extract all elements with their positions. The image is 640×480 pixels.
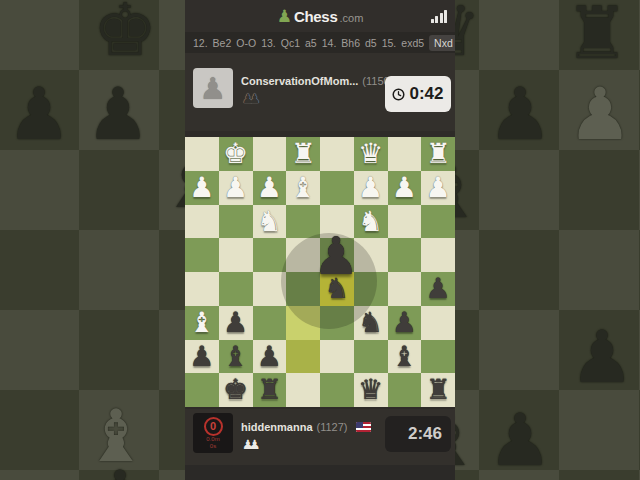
background-square [0, 0, 79, 70]
background-black-piece: ♟ [88, 461, 153, 480]
move-token[interactable]: a5 [305, 37, 317, 49]
black-bishop: ♝ [219, 340, 253, 374]
background-square [79, 230, 159, 310]
square[interactable] [421, 205, 455, 239]
chesscom-logo-text: Chess [294, 8, 338, 25]
clock-bottom: 2:46 [385, 416, 451, 452]
square[interactable]: ♜ [286, 137, 320, 171]
bottom-strip [185, 465, 455, 480]
background-square [0, 310, 79, 390]
move-token[interactable]: Bh6 [341, 37, 360, 49]
square[interactable]: ♚ [219, 137, 253, 171]
player-name-bottom[interactable]: hiddenmanna(1127) [241, 421, 371, 433]
signal-bars-icon [431, 10, 448, 23]
square[interactable] [219, 205, 253, 239]
background-square [79, 310, 159, 390]
square[interactable]: ♜ [421, 373, 455, 407]
square[interactable]: ♝ [219, 340, 253, 374]
move-token[interactable]: Be2 [213, 37, 232, 49]
move-token[interactable]: 13. [261, 37, 276, 49]
black-knight: ♞ [354, 306, 388, 340]
background-square [479, 0, 559, 70]
square[interactable] [388, 205, 422, 239]
square[interactable]: ♝ [286, 171, 320, 205]
square[interactable]: ♟ [185, 171, 219, 205]
background-black-piece: ♟ [86, 78, 151, 150]
square[interactable] [421, 340, 455, 374]
clock-top-time: 0:42 [409, 84, 443, 104]
white-knight: ♞ [253, 205, 287, 239]
white-king: ♚ [219, 137, 253, 171]
black-rook: ♜ [421, 373, 455, 407]
square[interactable]: ♛ [354, 373, 388, 407]
square[interactable] [388, 137, 422, 171]
avatar-zero-badge: 0 [204, 417, 223, 436]
white-pawn: ♟ [185, 171, 219, 205]
square[interactable]: ♟ [253, 340, 287, 374]
square[interactable] [388, 238, 422, 272]
black-pawn: ♟ [185, 340, 219, 374]
square[interactable] [185, 373, 219, 407]
background-square [559, 230, 639, 310]
us-flag-icon [356, 422, 371, 432]
square[interactable]: ♝ [388, 340, 422, 374]
black-queen: ♛ [354, 373, 388, 407]
player-card-top: ♟ ConservationOfMom...(1150) ♟♟ 0:42 [185, 53, 455, 131]
background-square [0, 390, 79, 470]
square[interactable]: ♟ [354, 171, 388, 205]
square[interactable]: ♟ [388, 171, 422, 205]
background-square [559, 470, 639, 480]
background-black-piece: ♚ [93, 0, 158, 66]
square[interactable] [320, 373, 354, 407]
captured-pieces-top: ♟♟ [242, 91, 255, 106]
square[interactable]: ♟ [421, 171, 455, 205]
square[interactable] [388, 373, 422, 407]
square[interactable]: ♟ [219, 171, 253, 205]
move-token[interactable]: 12. [193, 37, 208, 49]
clock-bottom-time: 2:46 [408, 424, 442, 444]
square[interactable]: ♜ [421, 137, 455, 171]
move-token[interactable]: Qc1 [281, 37, 300, 49]
app-top-bar: ♟ Chess .com [185, 0, 455, 32]
pawn-avatar-icon: ♟ [193, 68, 233, 108]
captured-pieces-bottom: ♟♟ [242, 437, 255, 452]
white-bishop: ♝ [185, 306, 219, 340]
square[interactable] [185, 238, 219, 272]
square[interactable] [320, 340, 354, 374]
move-token[interactable]: exd5 [401, 37, 424, 49]
square[interactable]: ♞ [354, 306, 388, 340]
square[interactable]: ♟ [219, 306, 253, 340]
black-bishop: ♝ [388, 340, 422, 374]
square[interactable] [253, 306, 287, 340]
chess-board: ♚♜♛♜♟♟♟♝♟♟♟♞♞♞♟♝♟♞♟♟♝♟♝♚♜♛♜♟ [185, 137, 455, 407]
last-move-token[interactable]: Nxd [429, 35, 455, 51]
background-square [479, 150, 559, 230]
white-queen: ♛ [354, 137, 388, 171]
background-square [479, 230, 559, 310]
background-square [559, 150, 639, 230]
square[interactable]: ♟ [421, 272, 455, 306]
black-pawn: ♟ [253, 340, 287, 374]
square[interactable] [354, 340, 388, 374]
background-black-piece: ♟ [488, 404, 553, 476]
square[interactable] [185, 137, 219, 171]
square[interactable] [219, 272, 253, 306]
clock-top: 0:42 [385, 76, 451, 112]
background-black-piece: ♜ [565, 0, 630, 69]
square[interactable]: ♝ [185, 306, 219, 340]
chesscom-pawn-logo-icon: ♟ [277, 8, 292, 25]
square[interactable]: ♚ [219, 373, 253, 407]
square[interactable] [185, 272, 219, 306]
white-rook: ♜ [421, 137, 455, 171]
background-square [0, 470, 79, 480]
background-square [559, 390, 639, 470]
square[interactable]: ♜ [253, 373, 287, 407]
black-pawn: ♟ [219, 306, 253, 340]
screenshot-stage: ♚♟♟♝♝♟♛♜♟♟♝♟♟♝ ♟ Chess .com 12.Be2O-O13.… [0, 0, 640, 480]
background-square [0, 150, 79, 230]
square[interactable] [421, 306, 455, 340]
white-rook: ♜ [286, 137, 320, 171]
square[interactable] [286, 373, 320, 407]
black-king: ♚ [219, 373, 253, 407]
white-pawn: ♟ [354, 171, 388, 205]
square[interactable] [219, 238, 253, 272]
player-card-bottom: 0 0.0m 0s hiddenmanna(1127) ♟♟ 2:46 [185, 409, 455, 465]
chesscom-logo-com: .com [339, 12, 363, 24]
background-square [79, 150, 159, 230]
background-square [479, 310, 559, 390]
avatar[interactable]: 0 0.0m 0s [193, 413, 233, 453]
white-bishop: ♝ [286, 171, 320, 205]
square[interactable] [320, 137, 354, 171]
move-token[interactable]: O-O [236, 37, 256, 49]
square[interactable]: ♛ [354, 137, 388, 171]
move-token[interactable]: 15. [382, 37, 397, 49]
background-square [0, 230, 79, 310]
move-list: 12.Be2O-O13.Qc1a514.Bh6d515.exd5Nxd [185, 32, 455, 53]
move-token[interactable]: 14. [322, 37, 337, 49]
square[interactable] [421, 238, 455, 272]
avatar[interactable]: ♟ [193, 68, 233, 108]
player-rating-bottom: (1127) [317, 421, 348, 433]
square[interactable]: ♟ [388, 306, 422, 340]
square[interactable]: ♞ [253, 205, 287, 239]
move-token[interactable]: d5 [365, 37, 377, 49]
square[interactable]: ♟ [185, 340, 219, 374]
square[interactable] [388, 272, 422, 306]
black-pawn: ♟ [421, 272, 455, 306]
square[interactable]: ♟ [253, 171, 287, 205]
black-rook: ♜ [253, 373, 287, 407]
background-black-piece: ♟ [570, 321, 635, 393]
background-white-piece: ♟ [568, 78, 633, 150]
square[interactable] [253, 238, 287, 272]
white-pawn: ♟ [253, 171, 287, 205]
background-black-piece: ♟ [488, 78, 553, 150]
white-pawn: ♟ [388, 171, 422, 205]
square[interactable] [286, 340, 320, 374]
clock-icon [392, 88, 405, 101]
white-pawn: ♟ [421, 171, 455, 205]
square[interactable] [185, 205, 219, 239]
black-pawn: ♟ [388, 306, 422, 340]
square[interactable] [253, 137, 287, 171]
white-pawn: ♟ [219, 171, 253, 205]
square[interactable] [320, 171, 354, 205]
dragged-black-pawn[interactable]: ♟ [309, 227, 363, 285]
background-black-piece: ♟ [7, 78, 72, 150]
